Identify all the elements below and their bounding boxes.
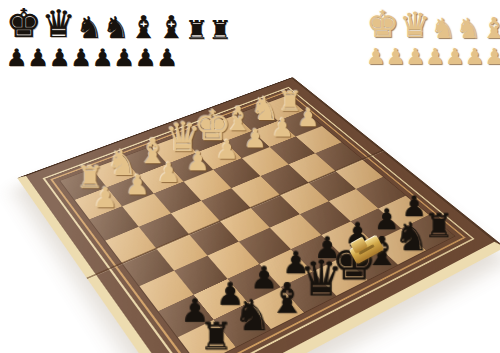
board-grid: ♜♞♝♛♚♝♞♜♟♟♟♟♟♟♟♟♟♟♟♟♟♟♟♟♜♞♝♛♚♝♞♜ — [60, 96, 454, 353]
chess-board: ♜♞♝♛♚♝♞♜♟♟♟♟♟♟♟♟♟♟♟♟♟♟♟♟♜♞♝♛♚♝♞♜ — [17, 77, 500, 353]
light-pawn[interactable]: ♟ — [151, 160, 186, 187]
light-pawn[interactable]: ♟ — [88, 184, 124, 212]
board-square[interactable] — [170, 200, 219, 234]
light-pawn[interactable]: ♟ — [181, 148, 215, 175]
board-scene: ♜♞♝♛♚♝♞♜♟♟♟♟♟♟♟♟♟♟♟♟♟♟♟♟♜♞♝♛♚♝♞♜ — [0, 0, 500, 353]
light-pawn[interactable]: ♟ — [120, 172, 155, 200]
chess-set-product-photo: ♚♛♞♞♝♝♜♜♟♟♟♟♟♟♟♟ ♚♛♞♞♝♝♜♜♟♟♟♟♟♟♟♟ ♜♞♝♛♚♝… — [0, 0, 500, 353]
black-rook[interactable]: ♜ — [196, 317, 239, 353]
light-pawn[interactable]: ♟ — [210, 137, 244, 163]
